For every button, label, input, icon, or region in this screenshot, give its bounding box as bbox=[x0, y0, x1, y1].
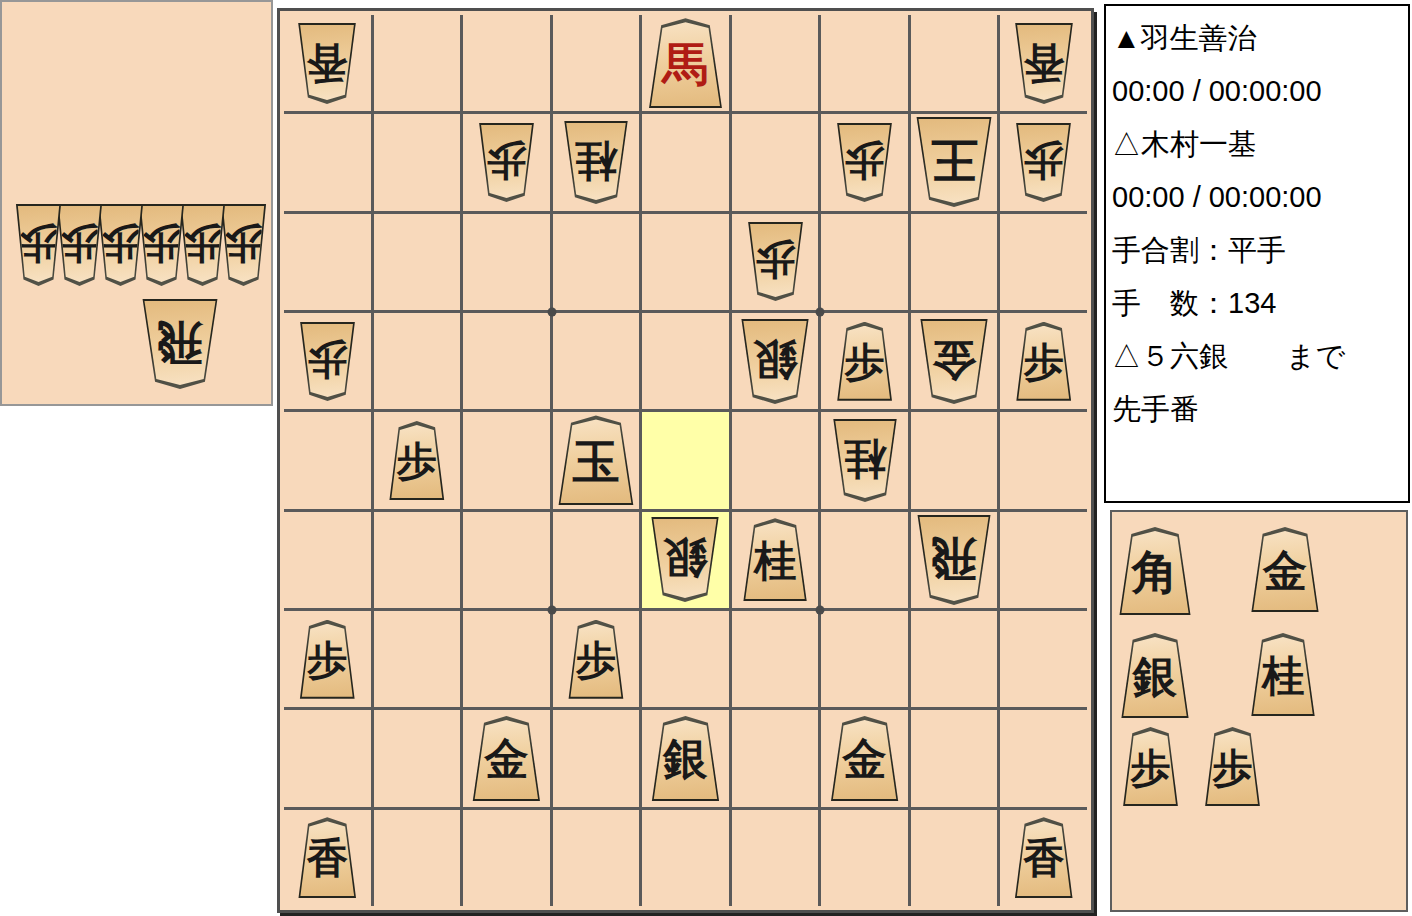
sente-hand-piece[interactable]: 歩 bbox=[1122, 727, 1179, 806]
piece-gote-lance[interactable]: 香 bbox=[1014, 23, 1074, 104]
piece-kanji: 歩 bbox=[845, 342, 885, 382]
turn-label: 先手番 bbox=[1112, 383, 1408, 436]
board-cell[interactable] bbox=[732, 114, 819, 210]
board-cell[interactable] bbox=[374, 114, 461, 210]
piece-kanji: 王 bbox=[931, 138, 978, 185]
piece-gote-rook[interactable]: 飛 bbox=[141, 299, 219, 389]
board-cell[interactable] bbox=[732, 810, 819, 906]
board-cell[interactable]: 桂 bbox=[732, 512, 819, 608]
piece-sente-knight[interactable]: 桂 bbox=[1250, 633, 1316, 716]
piece-kanji: 飛 bbox=[931, 536, 977, 582]
piece-kanji: 香 bbox=[1023, 838, 1064, 879]
board-cell[interactable] bbox=[374, 313, 461, 409]
board-cell[interactable]: 歩 bbox=[284, 313, 371, 409]
board-cell[interactable]: 歩 bbox=[821, 313, 908, 409]
gote-hand-piece[interactable]: 飛 bbox=[141, 299, 219, 389]
board-cell[interactable]: 歩 bbox=[553, 611, 640, 707]
piece-sente-lance[interactable]: 香 bbox=[1014, 817, 1074, 898]
board-cell[interactable]: 金 bbox=[821, 710, 908, 806]
sente-hand-piece[interactable]: 角 bbox=[1118, 527, 1192, 615]
board-cell[interactable] bbox=[821, 512, 908, 608]
board-cell[interactable] bbox=[911, 710, 998, 806]
board-cell[interactable]: 金 bbox=[463, 710, 550, 806]
board-cell[interactable] bbox=[642, 214, 729, 310]
piece-kanji: 銀 bbox=[753, 338, 797, 382]
board-cell[interactable]: 歩 bbox=[821, 114, 908, 210]
piece-sente-knight[interactable]: 桂 bbox=[742, 518, 808, 601]
board-cell[interactable] bbox=[374, 214, 461, 310]
piece-sente-silver[interactable]: 銀 bbox=[650, 716, 720, 801]
piece-sente-king[interactable]: 玉 bbox=[557, 415, 635, 505]
piece-sente-pawn[interactable]: 歩 bbox=[388, 421, 445, 500]
piece-sente-pawn[interactable]: 歩 bbox=[567, 620, 624, 699]
board-cell[interactable] bbox=[642, 412, 729, 508]
board-cell[interactable]: 飛 bbox=[911, 512, 998, 608]
piece-kanji: 歩 bbox=[397, 441, 437, 481]
piece-sente-pawn[interactable]: 歩 bbox=[299, 620, 356, 699]
piece-gote-pawn[interactable]: 歩 bbox=[478, 123, 535, 202]
gote-hand-piece[interactable]: 歩 bbox=[138, 204, 185, 286]
board-cell[interactable] bbox=[553, 512, 640, 608]
piece-gote-knight[interactable]: 桂 bbox=[563, 121, 629, 204]
piece-kanji: 歩 bbox=[183, 224, 223, 264]
piece-gote-pawn[interactable]: 歩 bbox=[97, 204, 144, 286]
board-cell[interactable] bbox=[732, 611, 819, 707]
board-cell[interactable] bbox=[463, 412, 550, 508]
board-cell[interactable] bbox=[374, 15, 461, 111]
piece-kanji: 歩 bbox=[142, 224, 182, 264]
sente-hand-piece[interactable]: 銀 bbox=[1120, 633, 1190, 718]
piece-sente-gold[interactable]: 金 bbox=[471, 716, 541, 801]
board-cell[interactable]: 金 bbox=[911, 313, 998, 409]
piece-kanji: 金 bbox=[932, 338, 976, 382]
board-cell[interactable] bbox=[463, 313, 550, 409]
gote-captured-tray: 歩歩歩歩歩歩飛 bbox=[0, 0, 273, 406]
board-cell[interactable] bbox=[732, 710, 819, 806]
board-cell[interactable] bbox=[463, 810, 550, 906]
piece-gote-pawn[interactable]: 歩 bbox=[1015, 123, 1072, 202]
piece-kanji: 歩 bbox=[307, 340, 347, 380]
piece-kanji: 桂 bbox=[575, 140, 617, 182]
piece-kanji: 馬 bbox=[662, 41, 708, 87]
piece-kanji: 香 bbox=[307, 42, 348, 83]
sente-hand-piece[interactable]: 桂 bbox=[1250, 633, 1316, 716]
piece-gote-pawn[interactable]: 歩 bbox=[56, 204, 103, 286]
board-cell[interactable] bbox=[463, 15, 550, 111]
board-cell[interactable] bbox=[463, 611, 550, 707]
piece-gote-pawn[interactable]: 歩 bbox=[299, 322, 356, 401]
board-cell[interactable] bbox=[821, 611, 908, 707]
piece-kanji: 角 bbox=[1132, 549, 1178, 595]
board-cell[interactable]: 歩 bbox=[463, 114, 550, 210]
gote-player-name: △木村一基 bbox=[1112, 118, 1408, 171]
piece-gote-pawn[interactable]: 歩 bbox=[15, 204, 62, 286]
gote-hand-piece[interactable]: 歩 bbox=[15, 204, 62, 286]
piece-sente-gold[interactable]: 金 bbox=[830, 716, 900, 801]
piece-gote-rook[interactable]: 飛 bbox=[916, 515, 992, 605]
board-cell[interactable] bbox=[284, 214, 371, 310]
piece-sente-lance[interactable]: 香 bbox=[297, 817, 357, 898]
piece-gote-lance[interactable]: 香 bbox=[297, 23, 357, 104]
piece-kanji: 飛 bbox=[157, 320, 203, 366]
board-cell[interactable]: 馬 bbox=[642, 15, 729, 111]
board-cell[interactable]: 歩 bbox=[1000, 114, 1087, 210]
board-cell[interactable]: 王 bbox=[911, 114, 998, 210]
board-cell[interactable] bbox=[821, 810, 908, 906]
sente-hand-piece[interactable]: 金 bbox=[1250, 527, 1320, 612]
piece-kanji: 金 bbox=[1263, 549, 1307, 593]
board-cell[interactable] bbox=[911, 810, 998, 906]
piece-sente-pawn[interactable]: 歩 bbox=[836, 322, 893, 401]
board-cell[interactable] bbox=[911, 611, 998, 707]
board-cell[interactable] bbox=[463, 214, 550, 310]
piece-kanji: 歩 bbox=[1024, 342, 1064, 382]
gote-hand-piece[interactable]: 歩 bbox=[220, 204, 267, 286]
board-cell[interactable] bbox=[1000, 611, 1087, 707]
piece-kanji: 桂 bbox=[1262, 655, 1304, 697]
board-cell[interactable] bbox=[642, 810, 729, 906]
gote-hand-piece[interactable]: 歩 bbox=[179, 204, 226, 286]
board-cell[interactable] bbox=[284, 412, 371, 508]
piece-gote-pawn[interactable]: 歩 bbox=[138, 204, 185, 286]
board-cell[interactable]: 歩 bbox=[732, 214, 819, 310]
board-cell[interactable]: 香 bbox=[1000, 810, 1087, 906]
piece-gote-king[interactable]: 王 bbox=[915, 117, 993, 207]
piece-kanji: 歩 bbox=[101, 224, 141, 264]
move-count-label: 手 数：134 bbox=[1112, 277, 1408, 330]
board-cell[interactable]: 香 bbox=[1000, 15, 1087, 111]
piece-sente-gold[interactable]: 金 bbox=[1250, 527, 1320, 612]
board-cell[interactable] bbox=[374, 710, 461, 806]
board-cell[interactable] bbox=[553, 810, 640, 906]
piece-gote-pawn[interactable]: 歩 bbox=[179, 204, 226, 286]
piece-kanji: 歩 bbox=[19, 224, 59, 264]
board-cell[interactable] bbox=[463, 512, 550, 608]
board-cell[interactable] bbox=[911, 412, 998, 508]
piece-gote-pawn[interactable]: 歩 bbox=[747, 222, 804, 301]
piece-kanji: 歩 bbox=[845, 141, 885, 181]
board-cell[interactable] bbox=[553, 214, 640, 310]
piece-sente-silver[interactable]: 銀 bbox=[1120, 633, 1190, 718]
board-cell[interactable]: 銀 bbox=[732, 313, 819, 409]
piece-kanji: 歩 bbox=[224, 224, 264, 264]
piece-kanji: 歩 bbox=[307, 640, 347, 680]
board-cell[interactable] bbox=[553, 710, 640, 806]
board-cell[interactable] bbox=[1000, 412, 1087, 508]
board-cell[interactable] bbox=[284, 710, 371, 806]
piece-sente-pawn[interactable]: 歩 bbox=[1122, 727, 1179, 806]
piece-gote-pawn[interactable]: 歩 bbox=[836, 123, 893, 202]
board-cell[interactable] bbox=[284, 114, 371, 210]
piece-gote-silver[interactable]: 銀 bbox=[650, 517, 720, 602]
piece-kanji: 金 bbox=[843, 737, 887, 781]
board-cell[interactable]: 香 bbox=[284, 810, 371, 906]
shogi-board: 香馬香歩桂歩王歩歩歩銀歩金歩歩玉桂銀桂飛歩歩金銀金香香 bbox=[277, 8, 1094, 913]
piece-kanji: 玉 bbox=[572, 438, 619, 485]
piece-sente-promoted-bishop[interactable]: 馬 bbox=[647, 18, 723, 108]
board-cell[interactable]: 歩 bbox=[1000, 313, 1087, 409]
piece-kanji: 桂 bbox=[844, 438, 886, 480]
board-cell[interactable]: 歩 bbox=[374, 412, 461, 508]
handicap-label: 手合割：平手 bbox=[1112, 224, 1408, 277]
board-cell[interactable] bbox=[1000, 214, 1087, 310]
gote-hand-piece[interactable]: 歩 bbox=[56, 204, 103, 286]
board-cell[interactable] bbox=[374, 611, 461, 707]
board-cell[interactable]: 香 bbox=[284, 15, 371, 111]
sente-hand-piece[interactable]: 歩 bbox=[1204, 727, 1261, 806]
piece-gote-silver[interactable]: 銀 bbox=[740, 319, 810, 404]
piece-kanji: 歩 bbox=[1213, 748, 1253, 788]
gote-clock: 00:00 / 00:00:00 bbox=[1112, 171, 1408, 224]
sente-player-name: ▲羽生善治 bbox=[1112, 12, 1408, 65]
board-cell[interactable] bbox=[553, 15, 640, 111]
last-move-label: △５六銀 まで bbox=[1112, 330, 1408, 383]
piece-sente-pawn[interactable]: 歩 bbox=[1204, 727, 1261, 806]
piece-kanji: 歩 bbox=[60, 224, 100, 264]
piece-kanji: 歩 bbox=[755, 241, 795, 281]
piece-sente-bishop[interactable]: 角 bbox=[1118, 527, 1192, 615]
board-cell[interactable] bbox=[821, 214, 908, 310]
board-cell[interactable]: 歩 bbox=[284, 611, 371, 707]
piece-kanji: 歩 bbox=[1131, 748, 1171, 788]
board-cell[interactable]: 玉 bbox=[553, 412, 640, 508]
board-cell[interactable]: 銀 bbox=[642, 710, 729, 806]
board-cell[interactable] bbox=[642, 611, 729, 707]
piece-kanji: 香 bbox=[307, 838, 348, 879]
board-cell[interactable] bbox=[911, 15, 998, 111]
board-cell[interactable] bbox=[642, 313, 729, 409]
piece-kanji: 金 bbox=[484, 737, 528, 781]
board-cell[interactable] bbox=[1000, 710, 1087, 806]
board-cell[interactable] bbox=[911, 214, 998, 310]
piece-sente-pawn[interactable]: 歩 bbox=[1015, 322, 1072, 401]
board-cell[interactable] bbox=[1000, 512, 1087, 608]
gote-hand-piece[interactable]: 歩 bbox=[97, 204, 144, 286]
piece-kanji: 桂 bbox=[754, 540, 796, 582]
piece-kanji: 銀 bbox=[1133, 655, 1177, 699]
board-cell[interactable]: 桂 bbox=[553, 114, 640, 210]
board-cell[interactable]: 桂 bbox=[821, 412, 908, 508]
game-info-panel: ▲羽生善治 00:00 / 00:00:00 △木村一基 00:00 / 00:… bbox=[1104, 4, 1410, 503]
piece-kanji: 銀 bbox=[663, 737, 707, 781]
board-cell[interactable] bbox=[374, 512, 461, 608]
piece-kanji: 歩 bbox=[576, 640, 616, 680]
board-cell[interactable] bbox=[732, 412, 819, 508]
piece-kanji: 歩 bbox=[1024, 141, 1064, 181]
board-cell[interactable] bbox=[732, 15, 819, 111]
board-cell[interactable] bbox=[642, 114, 729, 210]
board-cell[interactable] bbox=[553, 313, 640, 409]
board-cell[interactable] bbox=[284, 512, 371, 608]
piece-kanji: 銀 bbox=[663, 537, 707, 581]
board-cell[interactable] bbox=[374, 810, 461, 906]
sente-captured-tray: 角金銀桂歩歩 bbox=[1110, 510, 1408, 912]
board-cell[interactable] bbox=[821, 15, 908, 111]
sente-clock: 00:00 / 00:00:00 bbox=[1112, 65, 1408, 118]
piece-kanji: 歩 bbox=[486, 141, 526, 181]
piece-gote-pawn[interactable]: 歩 bbox=[220, 204, 267, 286]
piece-kanji: 香 bbox=[1023, 42, 1064, 83]
piece-gote-knight[interactable]: 桂 bbox=[832, 419, 898, 502]
board-grid: 香馬香歩桂歩王歩歩歩銀歩金歩歩玉桂銀桂飛歩歩金銀金香香 bbox=[284, 15, 1087, 906]
piece-gote-gold[interactable]: 金 bbox=[919, 319, 989, 404]
board-cell[interactable]: 銀 bbox=[642, 512, 729, 608]
